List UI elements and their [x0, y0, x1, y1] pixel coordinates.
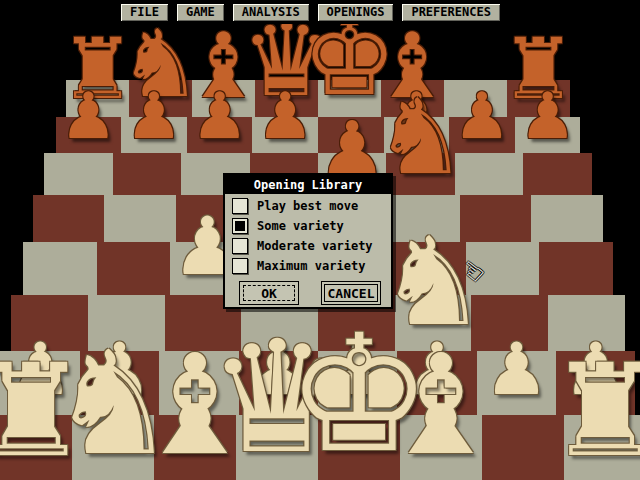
- option-some-variety[interactable]: Some variety: [232, 218, 391, 234]
- checkbox-icon[interactable]: [232, 238, 248, 254]
- piece-white-rook-h1[interactable]: ♜: [541, 347, 640, 475]
- square-h4[interactable]: [539, 242, 613, 295]
- checkbox-fill: [235, 221, 245, 231]
- option-maximum-variety[interactable]: Maximum variety: [232, 258, 391, 274]
- square-a6[interactable]: [44, 153, 112, 195]
- dialog-title: Opening Library: [225, 175, 391, 194]
- option-label: Maximum variety: [257, 259, 365, 273]
- option-label: Some variety: [257, 219, 344, 233]
- menu-item-game[interactable]: GAME: [176, 3, 225, 22]
- cancel-button[interactable]: CANCEL: [321, 281, 381, 305]
- piece-white-bishop-f1[interactable]: ♝: [372, 337, 510, 475]
- checkbox-icon[interactable]: [232, 218, 248, 234]
- square-h6[interactable]: [523, 153, 591, 195]
- menu-item-openings[interactable]: OPENINGS: [317, 3, 395, 22]
- checkbox-icon[interactable]: [232, 258, 248, 274]
- ok-button[interactable]: OK: [239, 281, 299, 305]
- checkbox-icon[interactable]: [232, 198, 248, 214]
- opening-library-dialog: Opening Library Play best moveSome varie…: [223, 173, 393, 309]
- piece-black-pawn-c7[interactable]: ♟: [188, 84, 252, 148]
- piece-black-pawn-h7[interactable]: ♟: [516, 84, 580, 148]
- square-a4[interactable]: [23, 242, 97, 295]
- square-b5[interactable]: [104, 195, 175, 242]
- dialog-options: Play best moveSome varietyModerate varie…: [225, 198, 391, 274]
- piece-black-pawn-a7[interactable]: ♟: [56, 84, 120, 148]
- option-label: Play best move: [257, 199, 358, 213]
- square-h5[interactable]: [531, 195, 602, 242]
- menu-bar: FILEGAMEANALYSISOPENINGSPREFERENCES: [0, 0, 640, 24]
- piece-black-pawn-b7[interactable]: ♟: [122, 84, 186, 148]
- square-b4[interactable]: [97, 242, 171, 295]
- option-play-best-move[interactable]: Play best move: [232, 198, 391, 214]
- option-label: Moderate variety: [257, 239, 373, 253]
- chess-app-screen: ♜♞♝♛♚♝♜♟♟♟♟♟♟♟♟♞♟♞♟♟♟♟♟♟♟♜♞♝♛♚♝♜ FILEGAM…: [0, 0, 640, 480]
- option-moderate-variety[interactable]: Moderate variety: [232, 238, 391, 254]
- square-a5[interactable]: [33, 195, 104, 242]
- piece-black-pawn-d7[interactable]: ♟: [253, 84, 317, 148]
- menu-item-analysis[interactable]: ANALYSIS: [232, 3, 310, 22]
- menu-item-file[interactable]: FILE: [120, 3, 169, 22]
- menu-item-preferences[interactable]: PREFERENCES: [401, 3, 500, 22]
- dialog-button-row: OK CANCEL: [225, 274, 391, 305]
- square-b6[interactable]: [113, 153, 181, 195]
